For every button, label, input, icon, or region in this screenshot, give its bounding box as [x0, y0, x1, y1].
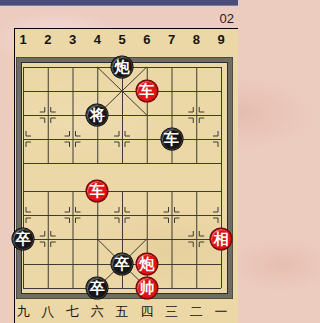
- file-label-bottom-8: 二: [184, 303, 208, 321]
- file-label-top-5: 5: [110, 32, 134, 47]
- black-cannon[interactable]: 炮: [111, 56, 133, 78]
- file-label-top-4: 4: [85, 32, 109, 47]
- file-label-top-3: 3: [61, 32, 85, 47]
- file-label-bottom-4: 六: [85, 303, 109, 321]
- file-label-top-2: 2: [36, 32, 60, 47]
- black-soldier[interactable]: 卒: [12, 228, 34, 250]
- red-elephant[interactable]: 相: [210, 228, 232, 250]
- window-titlebar: [0, 0, 238, 6]
- file-label-top-1: 1: [11, 32, 35, 47]
- red-general[interactable]: 帅: [136, 277, 158, 299]
- red-chariot[interactable]: 车: [136, 80, 158, 102]
- app: { "window": { "page_number": "02", "titl…: [0, 0, 238, 323]
- page-number-label: 02: [220, 11, 234, 26]
- file-label-bottom-5: 五: [110, 303, 134, 321]
- black-chariot[interactable]: 车: [161, 128, 183, 150]
- red-cannon[interactable]: 炮: [136, 253, 158, 275]
- file-label-bottom-6: 四: [135, 303, 159, 321]
- board-panel: 123456789 九八七六五四三二一 炮车将车车卒相卒炮卒帅: [14, 28, 238, 323]
- file-label-top-7: 7: [160, 32, 184, 47]
- black-soldier[interactable]: 卒: [111, 253, 133, 275]
- file-label-bottom-2: 八: [36, 303, 60, 321]
- file-label-top-6: 6: [135, 32, 159, 47]
- file-label-bottom-1: 九: [11, 303, 35, 321]
- file-label-bottom-3: 七: [61, 303, 85, 321]
- file-label-top-8: 8: [184, 32, 208, 47]
- file-label-bottom-7: 三: [160, 303, 184, 321]
- file-label-bottom-9: 一: [209, 303, 233, 321]
- file-label-top-9: 9: [209, 32, 233, 47]
